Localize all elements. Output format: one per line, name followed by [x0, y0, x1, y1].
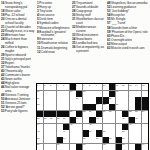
clue-text: Word before class or court — [75, 17, 103, 24]
grid-cell[interactable] — [135, 91, 141, 97]
cell-number: 6 — [76, 84, 77, 86]
down-clues-column-2: 25 Tiny amount27 Sounds of doubt28 Coop … — [72, 1, 105, 82]
grid-cell[interactable] — [50, 91, 56, 97]
clue-text: Yokohama 'thanks' — [4, 65, 30, 69]
cell-number: 18 — [83, 90, 85, 92]
cell-number: 57 — [109, 137, 111, 139]
grid-cell[interactable] — [129, 137, 135, 143]
grid-cell[interactable]: 60 — [57, 144, 63, 150]
clue-text: Snow boots — [75, 37, 92, 41]
grid-cell[interactable] — [70, 144, 76, 150]
grid-cell[interactable]: 19 — [116, 91, 122, 97]
black-cell — [135, 97, 141, 103]
grid-cell[interactable] — [44, 144, 50, 150]
grid-cell[interactable]: 50 — [89, 130, 95, 136]
cell-number: 42 — [122, 117, 124, 119]
clue-item: 20 One on a dental school faculty — [1, 17, 35, 25]
clue-text: Landlocked sea — [75, 41, 97, 45]
grid-cell[interactable]: 24 — [96, 104, 102, 110]
cell-number: 30 — [103, 110, 105, 112]
grid-cell[interactable] — [96, 144, 102, 150]
grid-cell[interactable]: 42 — [122, 117, 128, 123]
cell-number: 12 — [122, 84, 124, 86]
grid-cell[interactable] — [116, 117, 122, 123]
crossword-grid: 1234567891011121314151617181920212223242… — [36, 83, 149, 150]
down-clues-list-1: 1 Pro votes2 Hurry up3 Tiny taste4 Iron … — [37, 1, 70, 53]
grid-cell[interactable]: 27 — [70, 111, 76, 117]
clue-text: Pro votes — [39, 1, 52, 5]
grid-cell[interactable]: 2 — [44, 84, 50, 90]
grid-cell[interactable]: 26 — [116, 104, 122, 110]
grid-cell[interactable] — [76, 130, 82, 136]
down-clues-column-3: 48 Shapeless, like an amoeba52 Learning … — [107, 1, 149, 80]
grid-cell[interactable]: 9 — [96, 84, 102, 90]
clue-text: Got at impatiently, as a present — [75, 45, 104, 52]
clue-text: Desk item — [39, 17, 53, 21]
grid-cell[interactable]: 61 — [83, 144, 89, 150]
cell-number: 14 — [135, 84, 137, 86]
cell-number: 56 — [96, 137, 98, 139]
clue-text: Italy's principal port — [4, 57, 31, 61]
across-clues-column: 16 Snow thing's nonspeaking pal18 Water … — [1, 1, 35, 150]
grid-cell[interactable] — [57, 104, 63, 110]
clue-text: 'Are we good?' — [4, 105, 24, 109]
cell-number: 8 — [89, 84, 90, 86]
grid-cell[interactable] — [50, 137, 56, 143]
grid-cell[interactable] — [89, 144, 95, 150]
grid-cell[interactable]: 23 — [37, 104, 43, 110]
cell-number: 54 — [63, 137, 65, 139]
black-cell — [109, 84, 115, 90]
grid-cell[interactable]: 34 — [142, 111, 148, 117]
clue-text: Afternoon hour — [4, 33, 25, 37]
clue-text: Water color — [4, 9, 20, 13]
clue-text: Pac-12 school — [4, 13, 24, 17]
cell-number: 25 — [103, 103, 105, 105]
clue-text: Genesis 7 setting — [4, 93, 28, 97]
clue-text: Snow thing's nonspeaking pal — [4, 1, 27, 8]
cell-number: 27 — [70, 110, 72, 112]
grid-cell[interactable] — [129, 144, 135, 150]
grid-cell[interactable] — [50, 130, 56, 136]
grid-cell[interactable]: 45 — [70, 124, 76, 130]
clue-text: Fairy tale figures — [4, 109, 27, 113]
grid-cell[interactable] — [50, 104, 56, 110]
cell-number: 52 — [122, 130, 124, 132]
down-clues-list-2: 25 Tiny amount27 Sounds of doubt28 Coop … — [72, 1, 105, 53]
cell-number: 5 — [63, 84, 64, 86]
clue-text: Tiny taste — [39, 9, 53, 13]
cell-number: 28 — [83, 110, 85, 112]
cell-number: 47 — [129, 123, 131, 125]
cell-number: 10 — [103, 84, 105, 86]
grid-cell[interactable]: 8 — [89, 84, 95, 90]
grid-cell[interactable]: 39 — [63, 117, 69, 123]
grid-cell[interactable] — [89, 97, 95, 103]
grid-cell[interactable] — [103, 117, 109, 123]
grid-cell[interactable] — [116, 111, 122, 117]
grid-cell[interactable] — [76, 137, 82, 143]
clue-text: Photo IDs — [110, 33, 124, 37]
grid-cell[interactable]: 10 — [103, 84, 109, 90]
clue-item: 53 Fairy tale figures — [1, 109, 35, 113]
clue-text: Mediterranean cuisine — [75, 25, 96, 32]
cell-number: 59 — [37, 143, 39, 145]
clue-item: 16 Snow thing's nonspeaking pal — [1, 1, 35, 9]
cell-number: 31 — [109, 110, 111, 112]
clue-item: 24 Much more than miffed — [1, 37, 35, 45]
clue-item: 36 Got at impatiently, as a present — [72, 45, 105, 53]
grid-cell[interactable] — [63, 104, 69, 110]
grid-cell[interactable] — [70, 137, 76, 143]
down-clues-column-1: 1 Pro votes2 Hurry up3 Tiny taste4 Iron … — [37, 1, 70, 82]
grid-cell[interactable]: 32 — [129, 111, 135, 117]
black-cell — [116, 137, 122, 143]
grid-cell[interactable] — [129, 91, 135, 97]
cell-number: 24 — [96, 103, 98, 105]
grid-cell[interactable]: 62 — [103, 144, 109, 150]
grid-cell[interactable] — [129, 130, 135, 136]
grid-cell[interactable] — [89, 91, 95, 97]
cell-number: 50 — [89, 130, 91, 132]
grid-cell[interactable] — [76, 124, 82, 130]
crossword-page: { "game": "crossword", "page_type": "new… — [0, 0, 150, 150]
grid-cell[interactable] — [96, 124, 102, 130]
grid-cell[interactable] — [116, 130, 122, 136]
clue-text: Coffee to bypass, maybe — [4, 45, 28, 52]
grid-cell[interactable]: 57 — [109, 137, 115, 143]
cell-number: 43 — [135, 117, 137, 119]
clue-text: Symbol codes — [39, 21, 59, 25]
grid-cell[interactable] — [89, 137, 95, 143]
grid-cell[interactable]: 43 — [135, 117, 141, 123]
grid-cell[interactable]: 30 — [103, 111, 109, 117]
cell-number: 21 — [76, 97, 78, 99]
cell-number: 26 — [116, 103, 118, 105]
clue-item: 8 Baseball's 'greatest' nickname — [37, 29, 70, 37]
cell-number: 15 — [142, 84, 144, 86]
cell-number: 36 — [44, 117, 46, 119]
clue-item: 31 Word before class or court — [72, 17, 105, 25]
cell-number: 23 — [37, 103, 39, 105]
cell-number: 60 — [57, 143, 59, 145]
clue-text: Commuter cleaner — [4, 73, 30, 77]
grid-cell[interactable] — [142, 117, 148, 123]
cell-number: 17 — [70, 90, 72, 92]
grid-cell[interactable] — [70, 97, 76, 103]
cell-number: 3 — [50, 84, 51, 86]
clue-text: Baseball's 'greatest' nickname — [39, 29, 67, 36]
grid-cell[interactable]: 15 — [142, 84, 148, 90]
grid-cell[interactable]: 54 — [63, 137, 69, 143]
clue-text: Genesis 25 twin — [4, 101, 26, 105]
black-cell — [142, 97, 148, 103]
clue-text: Sewn outfits — [4, 77, 21, 81]
grid-cell[interactable] — [109, 117, 115, 123]
cell-number: 22 — [109, 97, 111, 99]
cell-number: 51 — [103, 130, 105, 132]
grid-cell[interactable] — [50, 124, 56, 130]
grid-cell[interactable]: 40 — [76, 117, 82, 123]
grid-cell[interactable]: 29 — [89, 111, 95, 117]
grid-cell[interactable]: 6 — [76, 84, 82, 90]
grid-cell[interactable] — [57, 124, 63, 130]
grid-cell[interactable]: 36 — [44, 117, 50, 123]
grid-cell[interactable]: 4 — [57, 84, 63, 90]
clue-text: High gloss — [4, 81, 19, 85]
clue-text: Cold snap — [40, 49, 54, 53]
cell-number: 61 — [83, 143, 85, 145]
grid-cell[interactable] — [44, 97, 50, 103]
cell-number: 40 — [76, 117, 78, 119]
clue-text: Wind instrument — [75, 33, 98, 37]
cell-number: 2 — [44, 84, 45, 86]
cell-number: 4 — [57, 84, 58, 86]
clue-text: Mine output — [110, 41, 127, 45]
grid-cell[interactable] — [142, 91, 148, 97]
cell-number: 63 — [122, 143, 124, 145]
cell-number: 44 — [37, 123, 39, 125]
cell-number: 38 — [57, 117, 59, 119]
grid-cell[interactable] — [122, 104, 128, 110]
black-cell — [135, 144, 141, 150]
grid-cell[interactable] — [57, 97, 63, 103]
grid-cell[interactable]: 51 — [103, 130, 109, 136]
across-clues-list: 16 Snow thing's nonspeaking pal18 Water … — [1, 1, 35, 113]
grid-cell[interactable] — [135, 130, 141, 136]
clue-text: Iron source — [39, 13, 55, 17]
cell-number: 13 — [129, 84, 131, 86]
grid-cell[interactable] — [116, 124, 122, 130]
grid-cell[interactable]: 12 — [122, 84, 128, 90]
clue-item: 32 Mediterranean cuisine — [72, 25, 105, 33]
grid-cell[interactable] — [44, 137, 50, 143]
cell-number: 9 — [96, 84, 97, 86]
grid-cell[interactable] — [76, 104, 82, 110]
grid-cell[interactable]: 21 — [76, 97, 82, 103]
black-cell — [76, 144, 82, 150]
cell-number: 37 — [50, 117, 52, 119]
clue-text: 'Just kidding!' — [110, 9, 129, 13]
clue-text: Except for — [110, 13, 124, 17]
clue-text: '___ Turné' — [110, 21, 125, 25]
clue-text: Hurry up — [39, 5, 51, 9]
grid-cell[interactable] — [57, 91, 63, 97]
clue-text: Shapeless, like an amoeba — [110, 1, 147, 5]
clue-text: Nail salon storage area — [4, 85, 29, 92]
grid-cell[interactable]: 64 — [142, 144, 148, 150]
clue-text: Overnight attire — [110, 37, 132, 41]
grid-cell[interactable] — [57, 130, 63, 136]
grid-cell[interactable]: 18 — [83, 91, 89, 97]
grid-cell[interactable] — [50, 97, 56, 103]
clue-text: Theoretically — [4, 69, 22, 73]
grid-cell[interactable]: 59 — [37, 144, 43, 150]
grid-cell[interactable] — [44, 91, 50, 97]
clue-text: Astronaut Jemison — [4, 97, 30, 101]
grid-cell[interactable]: 41 — [96, 117, 102, 123]
cell-number: 34 — [142, 110, 144, 112]
grid-cell[interactable] — [44, 130, 50, 136]
clue-text: Ready to eat, in a way — [4, 29, 34, 33]
clue-text: 'Phantom of the Opera' role — [110, 29, 147, 33]
cell-number: 20 — [37, 97, 39, 99]
grid-cell[interactable] — [63, 97, 69, 103]
cell-number: 1 — [37, 84, 38, 86]
grid-cell[interactable]: 13 — [129, 84, 135, 90]
grid-cell[interactable]: 47 — [129, 124, 135, 130]
cell-number: 11 — [116, 84, 118, 86]
cell-number: 62 — [103, 143, 105, 145]
clue-text: Sounds of doubt — [75, 5, 98, 9]
grid-cell[interactable] — [63, 91, 69, 97]
clue-text: Coop group — [75, 9, 92, 13]
clue-item: 46 Nail salon storage area — [1, 85, 35, 93]
grid-cell[interactable]: 14 — [135, 84, 141, 90]
cell-number: 7 — [83, 84, 84, 86]
grid-cell[interactable]: 31 — [109, 111, 115, 117]
cell-number: 55 — [83, 137, 85, 139]
clue-text: Muscle used in push-ups — [110, 46, 144, 50]
clue-text: Dramatic beginning — [40, 45, 67, 49]
grid-cell[interactable] — [44, 104, 50, 110]
grid-cell[interactable]: 38 — [57, 117, 63, 123]
clue-text: One on a dental school faculty — [4, 17, 26, 24]
grid-cell[interactable]: 22 — [109, 97, 115, 103]
grid-cell[interactable] — [135, 124, 141, 130]
cell-number: 16 — [37, 90, 39, 92]
grid-cell[interactable]: 37 — [50, 117, 56, 123]
clue-item: 12 Cold snap — [37, 49, 70, 53]
grid-cell[interactable] — [83, 97, 89, 103]
grid-cell[interactable] — [50, 144, 56, 150]
clue-text: Extensive — [39, 37, 53, 41]
clue-text: Quartet of decades — [4, 25, 30, 29]
cell-number: 49 — [63, 130, 65, 132]
clue-text: Much more than miffed — [4, 37, 26, 44]
clue-text: Mr. Kringle — [110, 17, 125, 21]
down-clues-list-3: 48 Shapeless, like an amoeba52 Learning … — [107, 1, 149, 49]
clue-text: Sports rebound — [4, 53, 26, 57]
clue-text: Roadrunner relative — [40, 41, 68, 45]
grid-cell[interactable] — [135, 137, 141, 143]
cell-number: 45 — [70, 123, 72, 125]
cell-number: 29 — [89, 110, 91, 112]
grid-cell[interactable]: 3 — [50, 84, 56, 90]
cell-number: 53 — [37, 137, 39, 139]
grid-cell[interactable] — [122, 91, 128, 97]
grid-cell[interactable] — [103, 91, 109, 97]
clue-text: Tiny amount — [75, 1, 92, 5]
cell-number: 35 — [37, 117, 39, 119]
grid-cell[interactable]: 56 — [96, 137, 102, 143]
cell-number: 46 — [89, 123, 91, 125]
clue-item: 63 Muscle used in push-ups — [107, 46, 149, 50]
grid-cell[interactable]: 17 — [70, 91, 76, 97]
cell-number: 19 — [116, 90, 118, 92]
grid-cell[interactable] — [96, 91, 102, 97]
grid-cell[interactable] — [44, 124, 50, 130]
cell-number: 58 — [122, 137, 124, 139]
grid-cell[interactable]: 5 — [63, 84, 69, 90]
clue-text: Learning guidance — [110, 5, 136, 9]
grid-cell[interactable] — [70, 130, 76, 136]
cell-number: 32 — [129, 110, 131, 112]
grid-cell[interactable] — [122, 97, 128, 103]
cell-number: 41 — [96, 117, 98, 119]
grid-cell[interactable] — [109, 124, 115, 130]
clue-text: Sounds from a litter — [110, 25, 137, 29]
grid-cell[interactable] — [142, 124, 148, 130]
black-cell — [116, 144, 122, 150]
grid-cell[interactable]: 63 — [122, 144, 128, 150]
clue-item: 26 Coffee to bypass, maybe — [1, 45, 35, 53]
grid-cell[interactable] — [109, 144, 115, 150]
cell-number: 48 — [37, 130, 39, 132]
grid-cell[interactable] — [142, 130, 148, 136]
grid-cell[interactable] — [63, 144, 69, 150]
clue-text: Sticky stuff — [75, 13, 90, 17]
clue-text: Expert — [4, 61, 14, 65]
clue-text: Measure of brightness — [39, 25, 70, 29]
grid-cell[interactable] — [129, 97, 135, 103]
cell-number: 33 — [135, 110, 137, 112]
cell-number: 64 — [142, 143, 144, 145]
cell-number: 39 — [63, 117, 65, 119]
